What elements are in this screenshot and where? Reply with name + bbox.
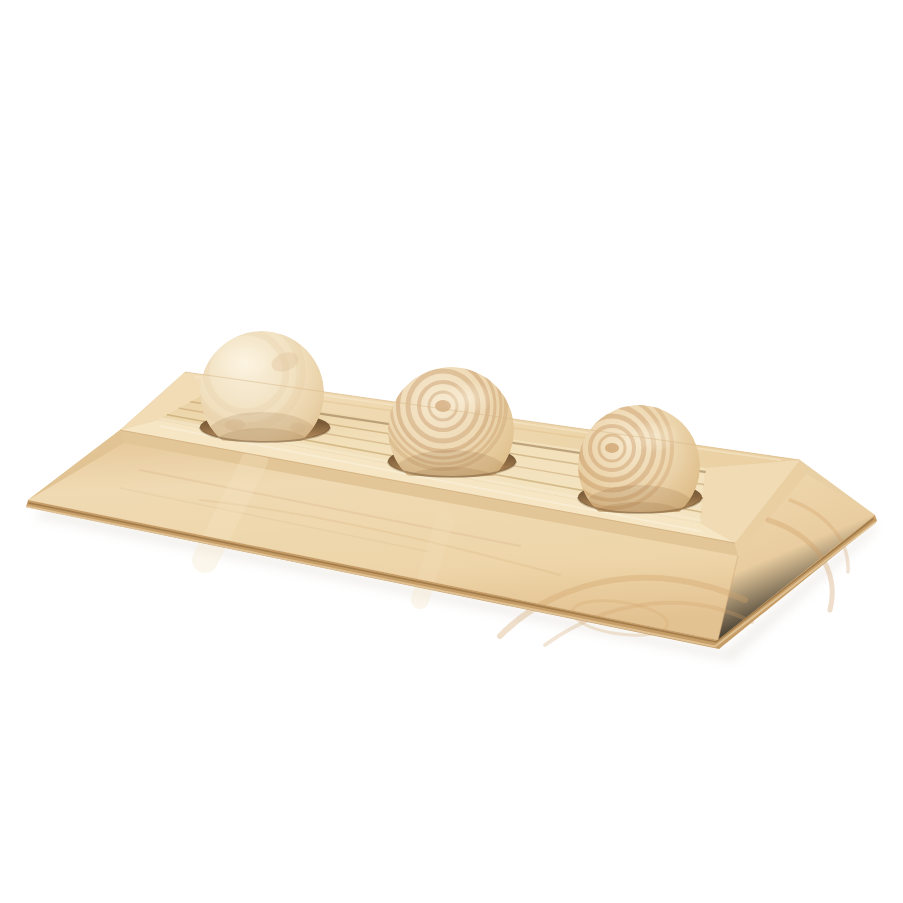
product-photo-stage [0, 0, 903, 903]
